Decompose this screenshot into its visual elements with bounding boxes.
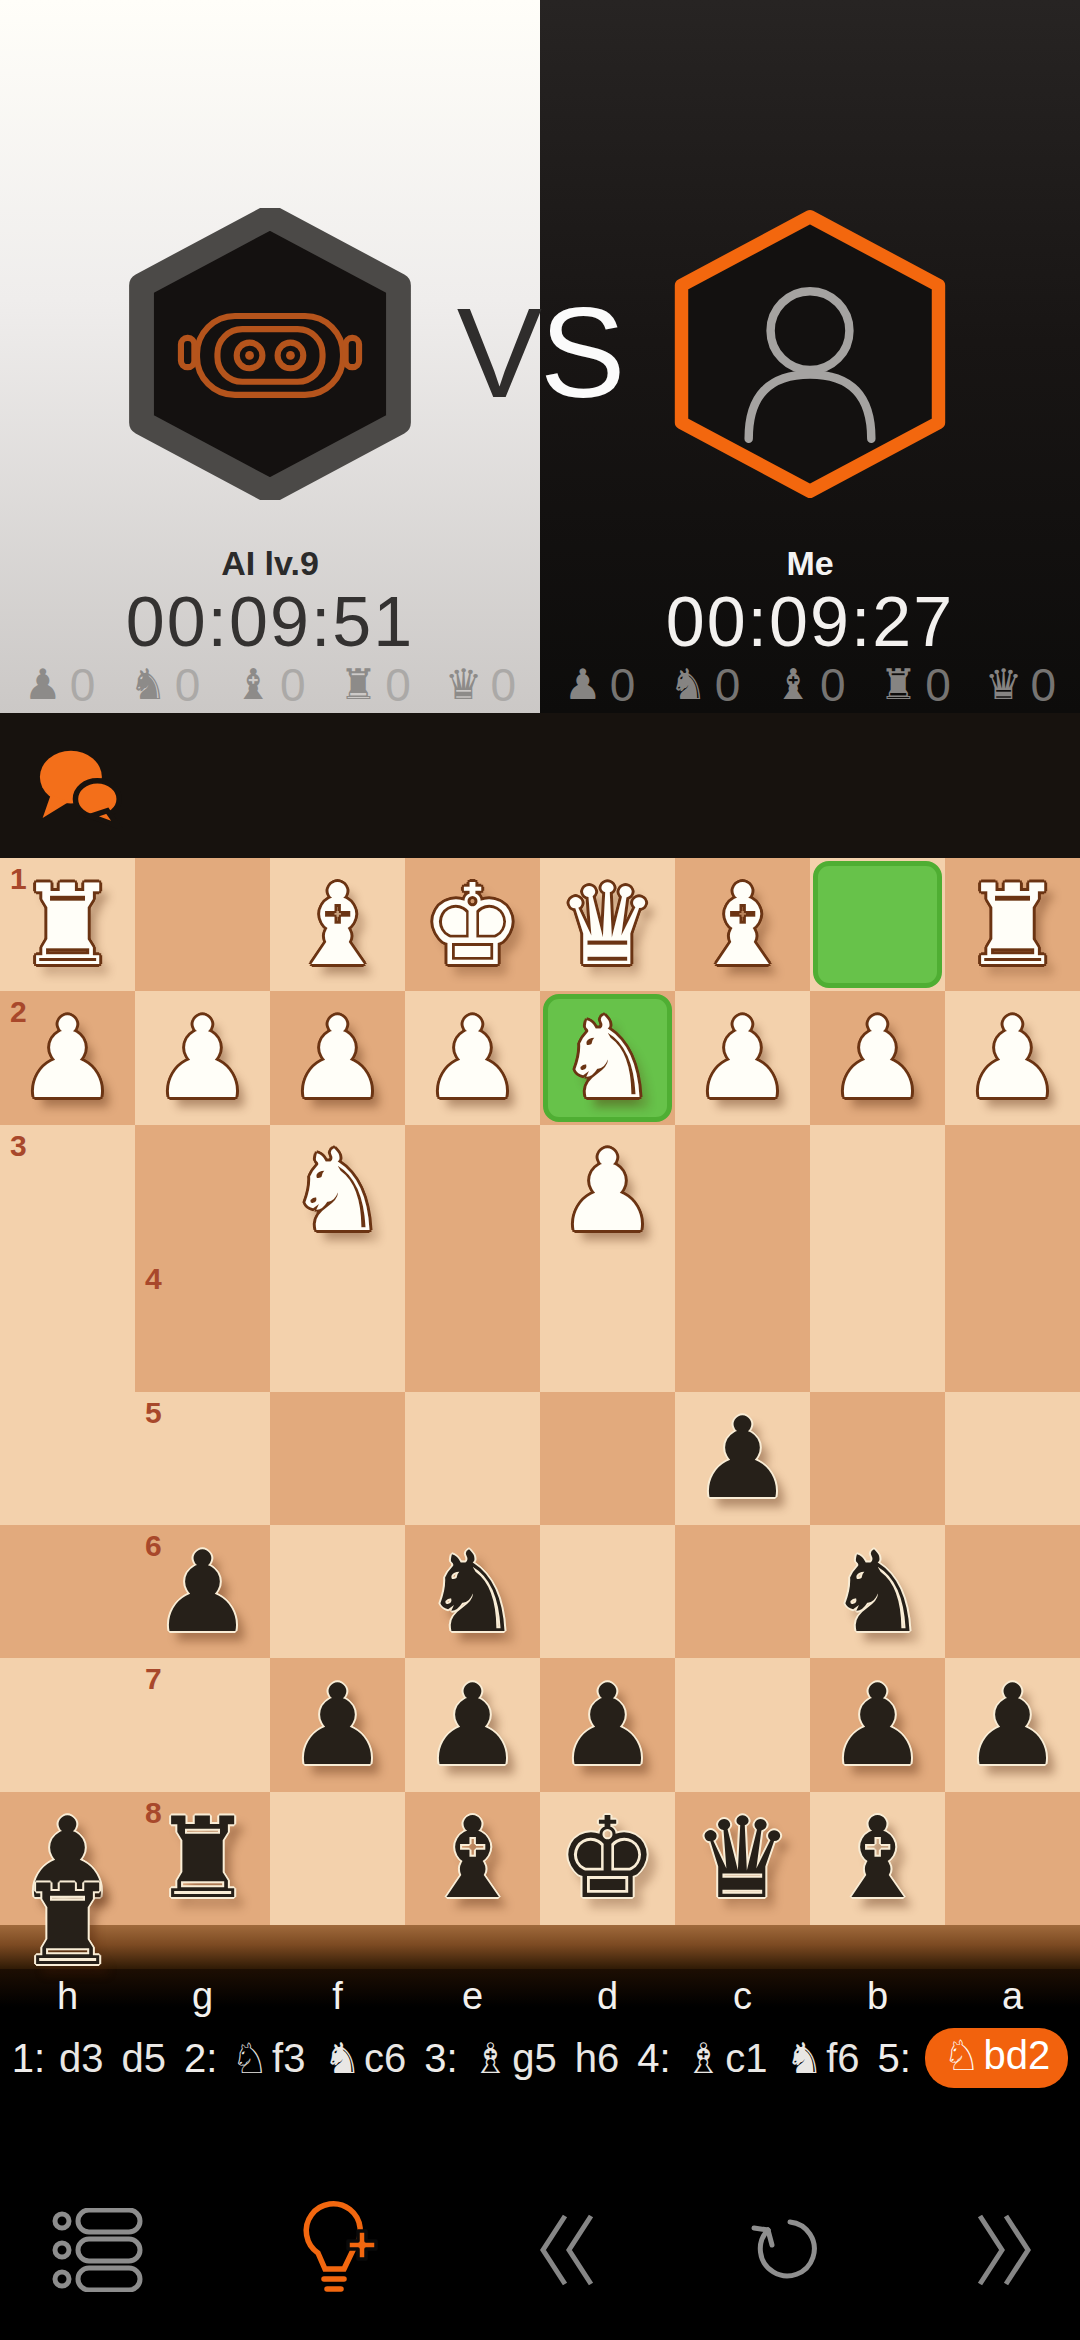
black-bishop: ♝ xyxy=(810,1792,945,1925)
white-pawn: ♟ xyxy=(675,991,810,1124)
square-d2[interactable]: ♞ xyxy=(540,991,675,1124)
square-g2[interactable]: ♟ xyxy=(135,991,270,1124)
black-knight: ♞ xyxy=(405,1525,540,1658)
white-bishop: ♝ xyxy=(675,858,810,991)
rook-icon: ♜ xyxy=(880,662,918,708)
square-b3[interactable] xyxy=(810,1125,945,1258)
bottom-toolbar xyxy=(0,2093,1080,2340)
move-white: ♘f3 xyxy=(231,2034,305,2083)
square-g3[interactable] xyxy=(135,1125,270,1258)
square-undefined3[interactable] xyxy=(0,1258,135,1391)
captured-rook: ♜0 xyxy=(880,662,951,708)
square-c6[interactable]: ♞ xyxy=(810,1525,945,1658)
me-captured-pieces: ♟0♞0♝0♜0♛0 xyxy=(564,662,1056,708)
square-a4[interactable] xyxy=(0,1392,135,1525)
square-d3[interactable]: ♟ xyxy=(540,1125,675,1258)
move-pair: 1:d3d5 xyxy=(12,2036,166,2081)
captured-count: 0 xyxy=(715,662,741,708)
captured-count: 0 xyxy=(280,662,306,708)
white-piece-glyph: ♗ xyxy=(472,2034,510,2083)
square-g8[interactable] xyxy=(270,1792,405,1925)
white-pawn: ♟ xyxy=(945,991,1080,1124)
rank-label: 5 xyxy=(145,1396,162,1430)
fast-forward-icon[interactable] xyxy=(975,2212,1033,2288)
square-a2[interactable]: ♟ xyxy=(945,991,1080,1124)
captured-queen: ♛0 xyxy=(985,662,1056,708)
white-pawn: ♟ xyxy=(270,991,405,1124)
captured-count: 0 xyxy=(490,662,516,708)
captured-queen: ♛0 xyxy=(445,662,516,708)
chat-bubbles-icon[interactable] xyxy=(34,747,126,829)
square-a1[interactable]: ♜ xyxy=(945,858,1080,991)
square-e4[interactable] xyxy=(540,1258,675,1391)
white-piece-glyph: ♘ xyxy=(943,2031,981,2080)
move-pair: 2:♘f3♞c6 xyxy=(184,2034,406,2083)
captured-count: 0 xyxy=(385,662,411,708)
file-label: f xyxy=(270,1975,405,2018)
black-piece-glyph: ♞ xyxy=(323,2034,361,2083)
square-d1[interactable]: ♛ xyxy=(540,858,675,991)
file-label: a xyxy=(945,1975,1080,2018)
square-c5[interactable] xyxy=(810,1392,945,1525)
move-pair: 3:♗g5h6 xyxy=(424,2034,619,2083)
square-g1[interactable] xyxy=(135,858,270,991)
black-piece-glyph: ♞ xyxy=(786,2034,824,2083)
black-pawn: ♟ xyxy=(945,1658,1080,1791)
file-label: g xyxy=(135,1975,270,2018)
square-b5[interactable] xyxy=(945,1392,1080,1525)
square-d5[interactable]: ♟ xyxy=(675,1392,810,1525)
black-pawn: ♟ xyxy=(405,1658,540,1791)
hint-plus-icon[interactable] xyxy=(292,2193,392,2303)
rank-label: 6 xyxy=(145,1529,162,1563)
black-king: ♚ xyxy=(540,1792,675,1925)
square-f5[interactable] xyxy=(405,1392,540,1525)
move-pair: 5:♘bd2 xyxy=(878,2028,1069,2088)
bishop-icon: ♝ xyxy=(234,662,272,708)
move-list-icon[interactable] xyxy=(52,2208,148,2292)
rank-label: 1 xyxy=(10,862,27,896)
vs-label: VS xyxy=(0,288,1080,418)
rank-label: 8 xyxy=(145,1796,162,1830)
square-g5[interactable] xyxy=(270,1392,405,1525)
square-h6[interactable]: ♟6 xyxy=(135,1525,270,1658)
square-f3[interactable]: ♞ xyxy=(270,1125,405,1258)
white-piece-glyph: ♗ xyxy=(685,2034,723,2083)
black-pawn: ♟ xyxy=(540,1658,675,1791)
square-g6[interactable] xyxy=(270,1525,405,1658)
square-b2[interactable]: ♟ xyxy=(810,991,945,1124)
move-number: 2: xyxy=(184,2036,217,2081)
square-a3[interactable] xyxy=(945,1125,1080,1258)
ai-clock: 00:09:51 xyxy=(0,582,540,662)
captured-count: 0 xyxy=(1030,662,1056,708)
black-pawn: ♟ xyxy=(270,1658,405,1791)
vs-letter-v: V xyxy=(457,281,540,424)
me-name: Me xyxy=(540,544,1080,583)
move-black: ♞c6 xyxy=(323,2034,406,2083)
current-move-badge: ♘bd2 xyxy=(925,2028,1068,2088)
vs-header: AI lv.9 00:09:51 ♟0♞0♝0♜0♛0 Me 00:09:27 … xyxy=(0,0,1080,713)
white-pawn: ♟ xyxy=(810,991,945,1124)
white-knight: ♞ xyxy=(270,1125,405,1258)
chat-bar xyxy=(0,713,1080,858)
undo-icon[interactable] xyxy=(748,2210,824,2286)
square-c4[interactable] xyxy=(810,1258,945,1391)
square-b4[interactable] xyxy=(945,1258,1080,1391)
square-e8[interactable]: ♚ xyxy=(540,1792,675,1925)
square-f1[interactable]: ♝ xyxy=(270,858,405,991)
move-black: d5 xyxy=(122,2036,167,2081)
captured-count: 0 xyxy=(610,662,636,708)
square-d4[interactable] xyxy=(675,1258,810,1391)
square-a5[interactable] xyxy=(0,1525,135,1658)
white-pawn: ♟ xyxy=(540,1125,675,1258)
captured-pawn: ♟0 xyxy=(24,662,95,708)
captured-count: 0 xyxy=(175,662,201,708)
white-piece-glyph: ♘ xyxy=(231,2034,269,2083)
black-knight: ♞ xyxy=(810,1525,945,1658)
file-label: b xyxy=(810,1975,945,2018)
square-c3[interactable] xyxy=(675,1125,810,1258)
move-pair: 4:♗c1♞f6 xyxy=(637,2034,859,2083)
file-label: d xyxy=(540,1975,675,2018)
square-c2[interactable]: ♟ xyxy=(675,991,810,1124)
square-h7[interactable]: 7 xyxy=(135,1658,270,1791)
square-a6[interactable] xyxy=(0,1658,135,1791)
white-rook: ♜ xyxy=(945,858,1080,991)
vs-letter-s: S xyxy=(540,281,623,424)
rook-icon: ♜ xyxy=(340,662,378,708)
captured-bishop: ♝0 xyxy=(234,662,305,708)
knight-icon: ♞ xyxy=(129,662,167,708)
square-h2[interactable]: ♟2 xyxy=(0,991,135,1124)
move-highlight xyxy=(813,861,942,988)
captured-rook: ♜0 xyxy=(340,662,411,708)
square-f4[interactable] xyxy=(405,1258,540,1391)
square-c1[interactable]: ♝ xyxy=(675,858,810,991)
square-e6[interactable] xyxy=(540,1525,675,1658)
square-d8[interactable]: ♛ xyxy=(675,1792,810,1925)
captured-count: 0 xyxy=(70,662,96,708)
move-black: ♞f6 xyxy=(786,2034,860,2083)
square-e5[interactable] xyxy=(540,1392,675,1525)
black-bishop: ♝ xyxy=(405,1792,540,1925)
queen-icon: ♛ xyxy=(445,662,483,708)
move-number: 5: xyxy=(878,2036,911,2081)
square-h3[interactable]: 3 xyxy=(0,1125,135,1258)
square-e1[interactable]: ♚ xyxy=(405,858,540,991)
captured-pawn: ♟0 xyxy=(564,662,635,708)
square-h4[interactable]: 4 xyxy=(135,1258,270,1391)
move-white: ♗c1 xyxy=(685,2034,768,2083)
white-pawn: ♟ xyxy=(405,991,540,1124)
move-white: ♗g5 xyxy=(472,2034,557,2083)
black-queen: ♛ xyxy=(675,1792,810,1925)
white-bishop: ♝ xyxy=(270,858,405,991)
move-number: 3: xyxy=(424,2036,457,2081)
captured-bishop: ♝0 xyxy=(774,662,845,708)
rank-label: 7 xyxy=(145,1662,162,1696)
square-f6[interactable]: ♞ xyxy=(405,1525,540,1658)
me-clock: 00:09:27 xyxy=(540,582,1080,662)
rank-label: 3 xyxy=(10,1129,27,1163)
chess-board: ♜1♝♚♛♝♜♟2♟♟♟♞♟♟♟3♞♟45♟♟6♞♞7♟♟♟♟♟♟♜8♝♚♛♝♜ xyxy=(0,858,1080,1925)
fast-backward-icon[interactable] xyxy=(538,2212,596,2288)
bishop-icon: ♝ xyxy=(774,662,812,708)
file-label: e xyxy=(405,1975,540,2018)
ai-captured-pieces: ♟0♞0♝0♜0♛0 xyxy=(24,662,516,708)
black-pawn: ♟ xyxy=(675,1392,810,1525)
white-pawn: ♟ xyxy=(135,991,270,1124)
move-list[interactable]: 1:d3d52:♘f3♞c63:♗g5h64:♗c1♞f65:♘bd2 xyxy=(0,2023,1080,2093)
square-h1[interactable]: ♜1 xyxy=(0,858,135,991)
black-pawn: ♟ xyxy=(810,1658,945,1791)
knight-icon: ♞ xyxy=(669,662,707,708)
square-d6[interactable] xyxy=(675,1525,810,1658)
captured-knight: ♞0 xyxy=(129,662,200,708)
pawn-icon: ♟ xyxy=(564,662,602,708)
square-d7[interactable] xyxy=(675,1658,810,1791)
move-white: d3 xyxy=(59,2036,104,2081)
square-c7[interactable]: ♟ xyxy=(810,1658,945,1791)
square-f2[interactable]: ♟ xyxy=(270,991,405,1124)
board-bottom-bar xyxy=(0,1925,1080,1969)
square-g7[interactable]: ♟ xyxy=(270,1658,405,1791)
white-knight: ♞ xyxy=(540,991,675,1124)
file-labels-row: hgfedcba xyxy=(0,1969,1080,2023)
square-g4[interactable] xyxy=(270,1258,405,1391)
white-queen: ♛ xyxy=(540,858,675,991)
ai-name: AI lv.9 xyxy=(0,544,540,583)
rank-label: 2 xyxy=(10,995,27,1029)
captured-knight: ♞0 xyxy=(669,662,740,708)
captured-count: 0 xyxy=(820,662,846,708)
square-h5[interactable]: 5 xyxy=(135,1392,270,1525)
rank-label: 4 xyxy=(145,1262,162,1296)
square-b8[interactable] xyxy=(945,1792,1080,1925)
pawn-icon: ♟ xyxy=(24,662,62,708)
square-f8[interactable]: ♝ xyxy=(405,1792,540,1925)
chess-app-screen: AI lv.9 00:09:51 ♟0♞0♝0♜0♛0 Me 00:09:27 … xyxy=(0,0,1080,2340)
captured-count: 0 xyxy=(925,662,951,708)
square-f7[interactable]: ♟ xyxy=(405,1658,540,1791)
square-c8[interactable]: ♝ xyxy=(810,1792,945,1925)
square-e3[interactable] xyxy=(405,1125,540,1258)
file-label: c xyxy=(675,1975,810,2018)
square-e7[interactable]: ♟ xyxy=(540,1658,675,1791)
white-king: ♚ xyxy=(405,858,540,991)
move-number: 1: xyxy=(12,2036,45,2081)
square-b1[interactable] xyxy=(810,858,945,991)
move-number: 4: xyxy=(637,2036,670,2081)
move-black: h6 xyxy=(575,2036,620,2081)
queen-icon: ♛ xyxy=(985,662,1023,708)
square-h8[interactable]: ♜8 xyxy=(135,1792,270,1925)
square-b6[interactable] xyxy=(945,1525,1080,1658)
square-b7[interactable]: ♟ xyxy=(945,1658,1080,1791)
square-e2[interactable]: ♟ xyxy=(405,991,540,1124)
